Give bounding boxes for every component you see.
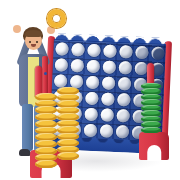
board-cell-e2[interactable] — [116, 109, 130, 123]
board-cell-e1[interactable] — [115, 124, 129, 138]
board-cell-d2[interactable] — [100, 108, 114, 122]
board-cell-a5[interactable] — [54, 58, 68, 72]
board-cell-c6[interactable] — [87, 43, 101, 57]
toss-ring-held — [47, 9, 66, 28]
board-cell-c5[interactable] — [86, 59, 100, 73]
base-leg-right — [139, 132, 169, 160]
board-cell-d1[interactable] — [99, 124, 113, 138]
board-cell-c1[interactable] — [83, 123, 97, 137]
toss-ring — [141, 127, 161, 133]
ring-stack-green — [141, 84, 161, 133]
board-cell-d6[interactable] — [103, 44, 117, 58]
board-cell-g6[interactable] — [151, 46, 165, 60]
child-eye-right — [36, 41, 38, 43]
child-leg-left — [22, 104, 33, 151]
board-cell-b5[interactable] — [70, 58, 84, 72]
board-cell-a4[interactable] — [53, 74, 67, 88]
toss-ring — [57, 152, 79, 160]
board-cell-c2[interactable] — [84, 107, 98, 121]
board-cell-e4[interactable] — [117, 77, 131, 91]
board-cell-e3[interactable] — [117, 93, 131, 107]
toss-ring — [35, 160, 57, 168]
product-photo — [0, 0, 180, 180]
board-cell-b4[interactable] — [69, 74, 83, 88]
board-cell-e6[interactable] — [119, 45, 133, 59]
board-cell-d3[interactable] — [101, 92, 115, 106]
ring-stack-yellow-left — [35, 94, 57, 168]
board-cell-e5[interactable] — [118, 61, 132, 75]
board-cell-f5[interactable] — [134, 61, 148, 75]
board-cell-d5[interactable] — [102, 60, 116, 74]
child-eye-left — [29, 41, 31, 43]
screw-dot-icon — [44, 72, 47, 75]
ring-stack-yellow-right — [57, 88, 79, 160]
board-cell-d4[interactable] — [101, 76, 115, 90]
board-cell-c3[interactable] — [85, 91, 99, 105]
child-hair-fringe — [25, 30, 42, 37]
child-hand-left — [13, 25, 21, 33]
board-cell-b6[interactable] — [71, 42, 85, 56]
board-cell-c4[interactable] — [85, 75, 99, 89]
board-cell-f6[interactable] — [135, 45, 149, 59]
board-cell-a6[interactable] — [55, 42, 69, 56]
